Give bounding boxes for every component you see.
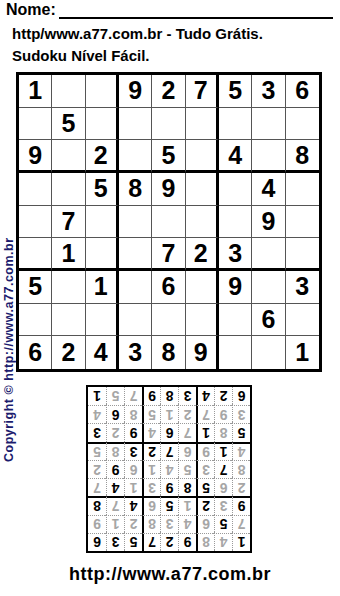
cell-r2c8[interactable]	[252, 108, 285, 141]
solution-cell-r8c5: 1	[160, 405, 178, 423]
cell-r3c8[interactable]	[252, 140, 285, 173]
cell-r1c9[interactable]: 6	[286, 75, 319, 108]
sudoku-sheet: Nome: http/www.a77.com.br - Tudo Grátis.…	[0, 0, 340, 596]
cell-r6c6[interactable]: 2	[186, 238, 219, 271]
cell-r6c3[interactable]	[86, 238, 119, 271]
solution-cell-r6c7: 3	[124, 442, 142, 460]
solution-cell-r2c1: 7	[232, 515, 250, 533]
cell-r7c7[interactable]: 9	[219, 271, 252, 304]
cell-r4c6[interactable]	[186, 173, 219, 206]
solution-cell-r9c5: 8	[160, 387, 178, 405]
cell-r1c1[interactable]: 1	[19, 75, 52, 108]
solution-cell-r9c4: 3	[178, 387, 196, 405]
cell-r2c1[interactable]	[19, 108, 52, 141]
cell-r8c4[interactable]	[119, 304, 152, 337]
cell-r7c3[interactable]: 1	[86, 271, 119, 304]
cell-r9c6[interactable]: 9	[186, 336, 219, 369]
cell-r7c8[interactable]	[252, 271, 285, 304]
solution-cell-r2c8: 1	[106, 515, 124, 533]
cell-r8c9[interactable]	[286, 304, 319, 337]
cell-r5c8[interactable]: 9	[252, 206, 285, 239]
solution-cell-r7c4: 7	[178, 423, 196, 441]
cell-r7c2[interactable]	[52, 271, 85, 304]
solution-cell-r8c3: 7	[196, 405, 214, 423]
solution-cell-r1c6: 7	[142, 533, 160, 551]
solution-cell-r5c1: 8	[232, 460, 250, 478]
footer-url: http://www.a77.com.br	[0, 564, 340, 585]
solution-cell-r5c8: 9	[106, 460, 124, 478]
solution-cell-r5c5: 4	[160, 460, 178, 478]
cell-r3c9[interactable]: 8	[286, 140, 319, 173]
cell-r3c1[interactable]: 9	[19, 140, 52, 173]
cell-r6c8[interactable]	[252, 238, 285, 271]
solution-cell-r1c4: 9	[178, 533, 196, 551]
cell-r8c3[interactable]	[86, 304, 119, 337]
cell-r6c7[interactable]: 3	[219, 238, 252, 271]
solution-cell-r2c5: 3	[160, 515, 178, 533]
cell-r1c4[interactable]: 9	[119, 75, 152, 108]
cell-r2c9[interactable]	[286, 108, 319, 141]
cell-r7c9[interactable]: 3	[286, 271, 319, 304]
solution-cell-r2c6: 8	[142, 515, 160, 533]
cell-r8c8[interactable]: 6	[252, 304, 285, 337]
solution-cell-r3c3: 2	[196, 496, 214, 514]
name-fill-line[interactable]	[59, 4, 333, 19]
solution-cell-r3c4: 1	[178, 496, 196, 514]
cell-r4c1[interactable]	[19, 173, 52, 206]
solution-cell-r7c5: 6	[160, 423, 178, 441]
solution-cell-r4c3: 5	[196, 478, 214, 496]
solution-cell-r5c6: 1	[142, 460, 160, 478]
solution-cell-r3c5: 5	[160, 496, 178, 514]
solution-cell-r4c5: 9	[160, 478, 178, 496]
solution-cell-r6c3: 9	[196, 442, 214, 460]
cell-r3c2[interactable]	[52, 140, 85, 173]
solution-cell-r8c1: 3	[232, 405, 250, 423]
solution-cell-r1c1: 1	[232, 533, 250, 551]
cell-r9c5[interactable]: 8	[152, 336, 185, 369]
cell-r2c2[interactable]: 5	[52, 108, 85, 141]
cell-r8c5[interactable]	[152, 304, 185, 337]
cell-r3c3[interactable]: 2	[86, 140, 119, 173]
solution-cell-r2c7: 2	[124, 515, 142, 533]
solution-cell-r9c8: 5	[106, 387, 124, 405]
cell-r1c3[interactable]	[86, 75, 119, 108]
solution-cell-r9c1: 6	[232, 387, 250, 405]
solution-cell-r4c2: 6	[214, 478, 232, 496]
cell-r1c6[interactable]: 7	[186, 75, 219, 108]
solution-cell-r6c6: 2	[142, 442, 160, 460]
solution-cell-r6c9: 5	[88, 442, 106, 460]
cell-r7c4[interactable]	[119, 271, 152, 304]
name-label: Nome:	[6, 1, 56, 19]
solution-cell-r9c3: 4	[196, 387, 214, 405]
cell-r9c1[interactable]: 6	[19, 336, 52, 369]
solution-cell-r8c7: 8	[124, 405, 142, 423]
solution-cell-r4c9: 7	[88, 478, 106, 496]
solution-cell-r2c9: 9	[88, 515, 106, 533]
solution-cell-r7c6: 4	[142, 423, 160, 441]
site-header: http/www.a77.com.br - Tudo Grátis.	[12, 25, 263, 42]
cell-r1c2[interactable]	[52, 75, 85, 108]
solution-cell-r5c3: 3	[196, 460, 214, 478]
cell-r3c6[interactable]	[186, 140, 219, 173]
solution-cell-r2c4: 4	[178, 515, 196, 533]
solution-cell-r7c8: 2	[106, 423, 124, 441]
solution-cell-r4c4: 8	[178, 478, 196, 496]
solution-cell-r4c1: 2	[232, 478, 250, 496]
solution-cell-r6c8: 8	[106, 442, 124, 460]
cell-r2c3[interactable]	[86, 108, 119, 141]
solution-cell-r3c2: 3	[214, 496, 232, 514]
cell-r4c3[interactable]: 5	[86, 173, 119, 206]
copyright-vertical-text: Copyright © http://www.a77.com.br	[2, 237, 16, 462]
cell-r8c7[interactable]	[219, 304, 252, 337]
cell-r1c8[interactable]: 3	[252, 75, 285, 108]
solution-cell-r2c3: 6	[196, 515, 214, 533]
cell-r3c4[interactable]	[119, 140, 152, 173]
solution-cell-r5c7: 6	[124, 460, 142, 478]
solution-cell-r8c6: 5	[142, 405, 160, 423]
solution-cell-r5c2: 7	[214, 460, 232, 478]
cell-r9c4[interactable]: 3	[119, 336, 152, 369]
solution-cell-r1c7: 5	[124, 533, 142, 551]
cell-r4c8[interactable]: 4	[252, 173, 285, 206]
cell-r6c9[interactable]	[286, 238, 319, 271]
solution-cell-r9c9: 1	[88, 387, 106, 405]
solution-cell-r5c4: 5	[178, 460, 196, 478]
solution-cell-r6c2: 1	[214, 442, 232, 460]
cell-r5c1[interactable]	[19, 206, 52, 239]
cell-r5c6[interactable]	[186, 206, 219, 239]
cell-r8c2[interactable]	[52, 304, 85, 337]
cell-r9c8[interactable]	[252, 336, 285, 369]
cell-r2c6[interactable]	[186, 108, 219, 141]
cell-r6c4[interactable]	[119, 238, 152, 271]
name-row: Nome:	[6, 1, 333, 19]
cell-r7c1[interactable]: 5	[19, 271, 52, 304]
cell-r6c2[interactable]: 1	[52, 238, 85, 271]
cell-r1c7[interactable]: 5	[219, 75, 252, 108]
cell-r4c7[interactable]	[219, 173, 252, 206]
cell-r3c5[interactable]: 5	[152, 140, 185, 173]
solution-cell-r3c8: 7	[106, 496, 124, 514]
solution-cell-r1c5: 2	[160, 533, 178, 551]
cell-r4c5[interactable]: 9	[152, 173, 185, 206]
solution-cell-r6c4: 6	[178, 442, 196, 460]
solution-cell-r9c7: 7	[124, 387, 142, 405]
solution-cell-r7c3: 1	[196, 423, 214, 441]
solution-cell-r6c5: 7	[160, 442, 178, 460]
solution-cell-r7c1: 5	[232, 423, 250, 441]
solution-cell-r8c8: 6	[106, 405, 124, 423]
solution-cell-r9c2: 2	[214, 387, 232, 405]
page-title: Sudoku Nível Fácil.	[12, 47, 150, 64]
solution-cell-r9c6: 9	[142, 387, 160, 405]
cell-r8c6[interactable]	[186, 304, 219, 337]
solution-cell-r7c9: 3	[88, 423, 106, 441]
solution-cell-r3c1: 9	[232, 496, 250, 514]
solution-cell-r1c3: 8	[196, 533, 214, 551]
cell-r4c4[interactable]: 8	[119, 173, 152, 206]
cell-r4c2[interactable]	[52, 173, 85, 206]
solution-grid: 1489275367564382199321564782658931478735…	[86, 385, 252, 553]
solution-cell-r1c8: 3	[106, 533, 124, 551]
solution-cell-r1c9: 6	[88, 533, 106, 551]
cell-r5c4[interactable]	[119, 206, 152, 239]
cell-r6c5[interactable]: 7	[152, 238, 185, 271]
cell-r9c9[interactable]: 1	[286, 336, 319, 369]
main-sudoku-grid: 192753659254858947917235169366243891	[16, 72, 322, 372]
solution-cell-r3c7: 4	[124, 496, 142, 514]
solution-cell-r4c6: 3	[142, 478, 160, 496]
cell-r5c2[interactable]: 7	[52, 206, 85, 239]
cell-r5c5[interactable]	[152, 206, 185, 239]
cell-r3c7[interactable]: 4	[219, 140, 252, 173]
cell-r9c3[interactable]: 4	[86, 336, 119, 369]
solution-cell-r8c9: 4	[88, 405, 106, 423]
solution-cell-r2c2: 5	[214, 515, 232, 533]
solution-cell-r6c1: 4	[232, 442, 250, 460]
cell-r2c4[interactable]	[119, 108, 152, 141]
solution-cell-r7c2: 8	[214, 423, 232, 441]
solution-cell-r7c7: 9	[124, 423, 142, 441]
solution-cell-r8c4: 2	[178, 405, 196, 423]
cell-r5c3[interactable]	[86, 206, 119, 239]
solution-cell-r3c6: 6	[142, 496, 160, 514]
cell-r6c1[interactable]	[19, 238, 52, 271]
cell-r1c5[interactable]: 2	[152, 75, 185, 108]
cell-r8c1[interactable]	[19, 304, 52, 337]
cell-r9c2[interactable]: 2	[52, 336, 85, 369]
solution-cell-r4c7: 1	[124, 478, 142, 496]
cell-r2c5[interactable]	[152, 108, 185, 141]
cell-r7c5[interactable]: 6	[152, 271, 185, 304]
solution-cell-r3c9: 8	[88, 496, 106, 514]
cell-r5c9[interactable]	[286, 206, 319, 239]
cell-r4c9[interactable]	[286, 173, 319, 206]
cell-r2c7[interactable]	[219, 108, 252, 141]
solution-cell-r5c9: 2	[88, 460, 106, 478]
solution-cell-r4c8: 4	[106, 478, 124, 496]
solution-cell-r1c2: 4	[214, 533, 232, 551]
solution-cell-r8c2: 9	[214, 405, 232, 423]
cell-r5c7[interactable]	[219, 206, 252, 239]
cell-r7c6[interactable]	[186, 271, 219, 304]
cell-r9c7[interactable]	[219, 336, 252, 369]
